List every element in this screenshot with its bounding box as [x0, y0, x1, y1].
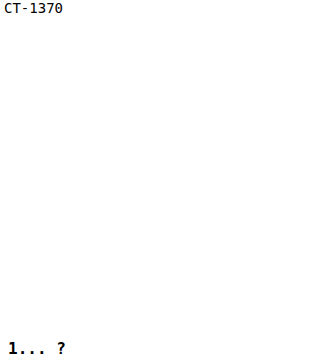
chess-puzzle-diagram: CT-1370 1... ? — [0, 0, 320, 360]
move-prompt: 1... ? — [0, 336, 320, 360]
puzzle-id: CT-1370 — [0, 0, 320, 16]
chess-board — [0, 16, 320, 336]
